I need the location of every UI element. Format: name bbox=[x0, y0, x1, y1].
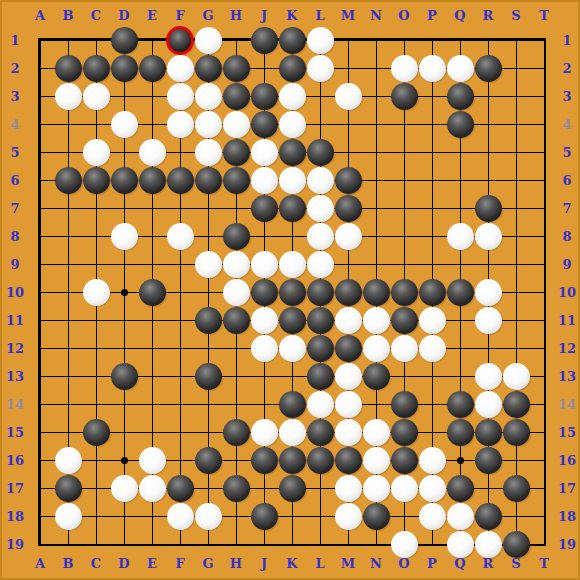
board-intersection[interactable] bbox=[54, 26, 82, 54]
board-intersection[interactable] bbox=[306, 418, 334, 446]
board-intersection[interactable] bbox=[278, 390, 306, 418]
board-intersection[interactable] bbox=[250, 194, 278, 222]
board-intersection[interactable] bbox=[418, 418, 446, 446]
board-intersection[interactable] bbox=[502, 362, 530, 390]
board-intersection[interactable] bbox=[250, 502, 278, 530]
board-intersection[interactable] bbox=[166, 110, 194, 138]
board-intersection[interactable] bbox=[530, 530, 558, 558]
board-intersection[interactable] bbox=[418, 334, 446, 362]
board-intersection[interactable] bbox=[334, 54, 362, 82]
board-intersection[interactable] bbox=[502, 530, 530, 558]
board-intersection[interactable] bbox=[110, 390, 138, 418]
board-intersection[interactable] bbox=[390, 250, 418, 278]
board-intersection[interactable] bbox=[194, 502, 222, 530]
board-intersection[interactable] bbox=[222, 334, 250, 362]
board-intersection[interactable] bbox=[334, 26, 362, 54]
board-intersection[interactable] bbox=[502, 334, 530, 362]
board-intersection[interactable] bbox=[110, 334, 138, 362]
board-intersection[interactable] bbox=[446, 334, 474, 362]
board-intersection[interactable] bbox=[222, 26, 250, 54]
board-intersection[interactable] bbox=[82, 334, 110, 362]
board-intersection[interactable] bbox=[390, 446, 418, 474]
board-intersection[interactable] bbox=[54, 138, 82, 166]
board-intersection[interactable] bbox=[334, 222, 362, 250]
board-intersection[interactable] bbox=[418, 82, 446, 110]
board-intersection[interactable] bbox=[194, 82, 222, 110]
board-intersection[interactable] bbox=[250, 362, 278, 390]
board-intersection[interactable] bbox=[250, 278, 278, 306]
board-intersection[interactable] bbox=[194, 334, 222, 362]
board-intersection[interactable] bbox=[362, 362, 390, 390]
board-intersection[interactable] bbox=[82, 278, 110, 306]
board-intersection[interactable] bbox=[446, 474, 474, 502]
board-intersection[interactable] bbox=[166, 26, 194, 54]
board-intersection[interactable] bbox=[166, 474, 194, 502]
board-intersection[interactable] bbox=[110, 530, 138, 558]
board-intersection[interactable] bbox=[474, 446, 502, 474]
board-intersection[interactable] bbox=[222, 222, 250, 250]
board-intersection[interactable] bbox=[306, 446, 334, 474]
board-intersection[interactable] bbox=[222, 166, 250, 194]
board-intersection[interactable] bbox=[390, 194, 418, 222]
board-intersection[interactable] bbox=[194, 278, 222, 306]
board-intersection[interactable] bbox=[530, 278, 558, 306]
board-intersection[interactable] bbox=[166, 250, 194, 278]
board-intersection[interactable] bbox=[362, 250, 390, 278]
board-intersection[interactable] bbox=[474, 26, 502, 54]
board-intersection[interactable] bbox=[306, 166, 334, 194]
board-intersection[interactable] bbox=[82, 446, 110, 474]
board-intersection[interactable] bbox=[138, 110, 166, 138]
board-intersection[interactable] bbox=[82, 250, 110, 278]
board-intersection[interactable] bbox=[502, 138, 530, 166]
board-intersection[interactable] bbox=[474, 278, 502, 306]
board-intersection[interactable] bbox=[334, 138, 362, 166]
board-intersection[interactable] bbox=[446, 138, 474, 166]
board-intersection[interactable] bbox=[474, 194, 502, 222]
board-intersection[interactable] bbox=[474, 334, 502, 362]
board-intersection[interactable] bbox=[446, 530, 474, 558]
board-intersection[interactable] bbox=[194, 138, 222, 166]
board-intersection[interactable] bbox=[82, 110, 110, 138]
board-intersection[interactable] bbox=[306, 278, 334, 306]
board-intersection[interactable] bbox=[502, 82, 530, 110]
board-intersection[interactable] bbox=[530, 502, 558, 530]
board-intersection[interactable] bbox=[278, 110, 306, 138]
board-intersection[interactable] bbox=[362, 418, 390, 446]
board-intersection[interactable] bbox=[362, 278, 390, 306]
board-intersection[interactable] bbox=[530, 334, 558, 362]
board-intersection[interactable] bbox=[250, 474, 278, 502]
board-intersection[interactable] bbox=[474, 502, 502, 530]
board-intersection[interactable] bbox=[54, 530, 82, 558]
board-intersection[interactable] bbox=[166, 166, 194, 194]
board-intersection[interactable] bbox=[278, 334, 306, 362]
board-intersection[interactable] bbox=[446, 54, 474, 82]
board-intersection[interactable] bbox=[502, 390, 530, 418]
board-intersection[interactable] bbox=[306, 82, 334, 110]
board-intersection[interactable] bbox=[166, 54, 194, 82]
board-intersection[interactable] bbox=[54, 390, 82, 418]
board-intersection[interactable] bbox=[502, 110, 530, 138]
board-intersection[interactable] bbox=[110, 166, 138, 194]
board-intersection[interactable] bbox=[334, 306, 362, 334]
board-intersection[interactable] bbox=[530, 446, 558, 474]
board-intersection[interactable] bbox=[278, 194, 306, 222]
board-intersection[interactable] bbox=[26, 222, 54, 250]
board-intersection[interactable] bbox=[390, 530, 418, 558]
board-intersection[interactable] bbox=[26, 474, 54, 502]
board-intersection[interactable] bbox=[502, 250, 530, 278]
board-intersection[interactable] bbox=[138, 278, 166, 306]
board-intersection[interactable] bbox=[166, 222, 194, 250]
board-intersection[interactable] bbox=[502, 418, 530, 446]
board-intersection[interactable] bbox=[474, 390, 502, 418]
board-intersection[interactable] bbox=[390, 166, 418, 194]
board-intersection[interactable] bbox=[82, 474, 110, 502]
board-intersection[interactable] bbox=[278, 446, 306, 474]
board-intersection[interactable] bbox=[54, 166, 82, 194]
board-intersection[interactable] bbox=[110, 110, 138, 138]
board-intersection[interactable] bbox=[502, 222, 530, 250]
board-intersection[interactable] bbox=[250, 530, 278, 558]
board-intersection[interactable] bbox=[194, 362, 222, 390]
board-intersection[interactable] bbox=[250, 306, 278, 334]
board-intersection[interactable] bbox=[418, 362, 446, 390]
board-intersection[interactable] bbox=[278, 474, 306, 502]
board-intersection[interactable] bbox=[222, 82, 250, 110]
board-intersection[interactable] bbox=[502, 54, 530, 82]
board-intersection[interactable] bbox=[418, 306, 446, 334]
board-intersection[interactable] bbox=[54, 278, 82, 306]
board-intersection[interactable] bbox=[306, 474, 334, 502]
board-intersection[interactable] bbox=[306, 54, 334, 82]
board-intersection[interactable] bbox=[222, 138, 250, 166]
board-intersection[interactable] bbox=[334, 446, 362, 474]
board-intersection[interactable] bbox=[250, 334, 278, 362]
board-intersection[interactable] bbox=[166, 418, 194, 446]
board-intersection[interactable] bbox=[362, 26, 390, 54]
board-intersection[interactable] bbox=[278, 166, 306, 194]
board-intersection[interactable] bbox=[222, 474, 250, 502]
board-intersection[interactable] bbox=[54, 334, 82, 362]
board-intersection[interactable] bbox=[390, 334, 418, 362]
board-intersection[interactable] bbox=[474, 82, 502, 110]
board-intersection[interactable] bbox=[390, 418, 418, 446]
board-intersection[interactable] bbox=[138, 334, 166, 362]
board-intersection[interactable] bbox=[194, 530, 222, 558]
board-intersection[interactable] bbox=[54, 250, 82, 278]
board-intersection[interactable] bbox=[530, 306, 558, 334]
board-intersection[interactable] bbox=[362, 110, 390, 138]
board-intersection[interactable] bbox=[278, 502, 306, 530]
board-intersection[interactable] bbox=[138, 362, 166, 390]
board-intersection[interactable] bbox=[306, 502, 334, 530]
board-intersection[interactable] bbox=[82, 418, 110, 446]
board-intersection[interactable] bbox=[418, 502, 446, 530]
board-intersection[interactable] bbox=[530, 250, 558, 278]
board-intersection[interactable] bbox=[446, 306, 474, 334]
board-intersection[interactable] bbox=[138, 26, 166, 54]
board-intersection[interactable] bbox=[82, 194, 110, 222]
board-intersection[interactable] bbox=[418, 250, 446, 278]
board-intersection[interactable] bbox=[446, 82, 474, 110]
board-intersection[interactable] bbox=[26, 54, 54, 82]
board-intersection[interactable] bbox=[222, 110, 250, 138]
board-intersection[interactable] bbox=[110, 306, 138, 334]
board-intersection[interactable] bbox=[194, 26, 222, 54]
board-intersection[interactable] bbox=[502, 306, 530, 334]
board-intersection[interactable] bbox=[194, 54, 222, 82]
board-intersection[interactable] bbox=[390, 278, 418, 306]
board-intersection[interactable] bbox=[362, 474, 390, 502]
board-intersection[interactable] bbox=[26, 446, 54, 474]
board-intersection[interactable] bbox=[362, 502, 390, 530]
board-intersection[interactable] bbox=[138, 166, 166, 194]
board-intersection[interactable] bbox=[110, 194, 138, 222]
board-intersection[interactable] bbox=[110, 362, 138, 390]
board-intersection[interactable] bbox=[278, 82, 306, 110]
board-intersection[interactable] bbox=[446, 390, 474, 418]
board-intersection[interactable] bbox=[26, 138, 54, 166]
board-intersection[interactable] bbox=[306, 250, 334, 278]
board-intersection[interactable] bbox=[250, 54, 278, 82]
board-intersection[interactable] bbox=[362, 390, 390, 418]
board-intersection[interactable] bbox=[278, 306, 306, 334]
board-intersection[interactable] bbox=[334, 418, 362, 446]
board-intersection[interactable] bbox=[390, 54, 418, 82]
board-intersection[interactable] bbox=[222, 194, 250, 222]
board-intersection[interactable] bbox=[418, 54, 446, 82]
board-intersection[interactable] bbox=[278, 54, 306, 82]
board-intersection[interactable] bbox=[110, 250, 138, 278]
board-intersection[interactable] bbox=[250, 26, 278, 54]
board-intersection[interactable] bbox=[334, 194, 362, 222]
board-intersection[interactable] bbox=[110, 278, 138, 306]
board-intersection[interactable] bbox=[502, 474, 530, 502]
board-intersection[interactable] bbox=[418, 26, 446, 54]
board-intersection[interactable] bbox=[26, 390, 54, 418]
board-intersection[interactable] bbox=[474, 306, 502, 334]
board-intersection[interactable] bbox=[250, 110, 278, 138]
board-intersection[interactable] bbox=[26, 278, 54, 306]
board-intersection[interactable] bbox=[250, 138, 278, 166]
board-intersection[interactable] bbox=[82, 390, 110, 418]
board-intersection[interactable] bbox=[446, 250, 474, 278]
board-intersection[interactable] bbox=[530, 54, 558, 82]
board-intersection[interactable] bbox=[194, 110, 222, 138]
board-intersection[interactable] bbox=[334, 474, 362, 502]
board-intersection[interactable] bbox=[194, 250, 222, 278]
board-intersection[interactable] bbox=[138, 250, 166, 278]
board-intersection[interactable] bbox=[26, 26, 54, 54]
board-intersection[interactable] bbox=[110, 222, 138, 250]
board-intersection[interactable] bbox=[110, 502, 138, 530]
board-intersection[interactable] bbox=[530, 26, 558, 54]
board-intersection[interactable] bbox=[54, 446, 82, 474]
board-intersection[interactable] bbox=[390, 306, 418, 334]
board-intersection[interactable] bbox=[194, 306, 222, 334]
board-intersection[interactable] bbox=[194, 222, 222, 250]
board-intersection[interactable] bbox=[306, 390, 334, 418]
board-intersection[interactable] bbox=[446, 362, 474, 390]
board-intersection[interactable] bbox=[222, 362, 250, 390]
board-intersection[interactable] bbox=[138, 418, 166, 446]
board-intersection[interactable] bbox=[390, 362, 418, 390]
board-intersection[interactable] bbox=[278, 250, 306, 278]
board-intersection[interactable] bbox=[530, 362, 558, 390]
board-intersection[interactable] bbox=[474, 54, 502, 82]
board-intersection[interactable] bbox=[26, 418, 54, 446]
board-intersection[interactable] bbox=[390, 222, 418, 250]
board-intersection[interactable] bbox=[26, 306, 54, 334]
board-intersection[interactable] bbox=[222, 54, 250, 82]
board-intersection[interactable] bbox=[250, 222, 278, 250]
board-intersection[interactable] bbox=[54, 362, 82, 390]
board-intersection[interactable] bbox=[82, 138, 110, 166]
board-intersection[interactable] bbox=[194, 446, 222, 474]
board-intersection[interactable] bbox=[306, 26, 334, 54]
board-intersection[interactable] bbox=[418, 166, 446, 194]
board-intersection[interactable] bbox=[474, 110, 502, 138]
board-intersection[interactable] bbox=[110, 26, 138, 54]
board-intersection[interactable] bbox=[138, 530, 166, 558]
board-intersection[interactable] bbox=[82, 362, 110, 390]
board-intersection[interactable] bbox=[306, 306, 334, 334]
board-intersection[interactable] bbox=[138, 138, 166, 166]
board-intersection[interactable] bbox=[446, 222, 474, 250]
board-intersection[interactable] bbox=[26, 194, 54, 222]
board-intersection[interactable] bbox=[26, 110, 54, 138]
board-intersection[interactable] bbox=[418, 110, 446, 138]
board-intersection[interactable] bbox=[82, 26, 110, 54]
board-intersection[interactable] bbox=[26, 502, 54, 530]
board-intersection[interactable] bbox=[362, 530, 390, 558]
board-intersection[interactable] bbox=[418, 530, 446, 558]
board-intersection[interactable] bbox=[390, 138, 418, 166]
board-intersection[interactable] bbox=[222, 418, 250, 446]
board-intersection[interactable] bbox=[278, 138, 306, 166]
board-intersection[interactable] bbox=[138, 306, 166, 334]
board-intersection[interactable] bbox=[306, 222, 334, 250]
board-intersection[interactable] bbox=[166, 446, 194, 474]
board-intersection[interactable] bbox=[390, 110, 418, 138]
board-intersection[interactable] bbox=[54, 82, 82, 110]
board-intersection[interactable] bbox=[502, 446, 530, 474]
board-intersection[interactable] bbox=[82, 530, 110, 558]
board-intersection[interactable] bbox=[138, 194, 166, 222]
board-intersection[interactable] bbox=[390, 502, 418, 530]
board-intersection[interactable] bbox=[530, 418, 558, 446]
board-intersection[interactable] bbox=[54, 306, 82, 334]
board-intersection[interactable] bbox=[278, 222, 306, 250]
board-intersection[interactable] bbox=[474, 418, 502, 446]
board-intersection[interactable] bbox=[334, 82, 362, 110]
board-intersection[interactable] bbox=[250, 82, 278, 110]
board-intersection[interactable] bbox=[250, 166, 278, 194]
board-intersection[interactable] bbox=[530, 110, 558, 138]
board-intersection[interactable] bbox=[278, 26, 306, 54]
board-intersection[interactable] bbox=[418, 390, 446, 418]
board-intersection[interactable] bbox=[306, 138, 334, 166]
board-intersection[interactable] bbox=[446, 166, 474, 194]
board-intersection[interactable] bbox=[26, 166, 54, 194]
board-intersection[interactable] bbox=[222, 306, 250, 334]
board-intersection[interactable] bbox=[390, 390, 418, 418]
board-intersection[interactable] bbox=[334, 250, 362, 278]
board-intersection[interactable] bbox=[502, 502, 530, 530]
board-intersection[interactable] bbox=[334, 166, 362, 194]
board-intersection[interactable] bbox=[26, 334, 54, 362]
board-intersection[interactable] bbox=[530, 194, 558, 222]
board-intersection[interactable] bbox=[222, 250, 250, 278]
board-intersection[interactable] bbox=[446, 278, 474, 306]
board-intersection[interactable] bbox=[82, 502, 110, 530]
board-intersection[interactable] bbox=[334, 530, 362, 558]
board-intersection[interactable] bbox=[54, 110, 82, 138]
board-intersection[interactable] bbox=[474, 222, 502, 250]
board-intersection[interactable] bbox=[334, 110, 362, 138]
board-intersection[interactable] bbox=[418, 222, 446, 250]
board-intersection[interactable] bbox=[138, 54, 166, 82]
board-intersection[interactable] bbox=[418, 194, 446, 222]
board-intersection[interactable] bbox=[82, 82, 110, 110]
board-intersection[interactable] bbox=[110, 474, 138, 502]
board-intersection[interactable] bbox=[334, 334, 362, 362]
board-intersection[interactable] bbox=[222, 446, 250, 474]
board-intersection[interactable] bbox=[306, 194, 334, 222]
board-intersection[interactable] bbox=[250, 418, 278, 446]
board-intersection[interactable] bbox=[194, 418, 222, 446]
board-intersection[interactable] bbox=[390, 26, 418, 54]
board-intersection[interactable] bbox=[250, 250, 278, 278]
board-intersection[interactable] bbox=[390, 474, 418, 502]
board-intersection[interactable] bbox=[306, 530, 334, 558]
board-intersection[interactable] bbox=[138, 82, 166, 110]
board-intersection[interactable] bbox=[446, 194, 474, 222]
board-intersection[interactable] bbox=[334, 278, 362, 306]
board-intersection[interactable] bbox=[138, 502, 166, 530]
board-intersection[interactable] bbox=[530, 222, 558, 250]
board-intersection[interactable] bbox=[26, 82, 54, 110]
board-intersection[interactable] bbox=[362, 446, 390, 474]
board-intersection[interactable] bbox=[446, 446, 474, 474]
board-intersection[interactable] bbox=[222, 278, 250, 306]
board-intersection[interactable] bbox=[390, 82, 418, 110]
board-intersection[interactable] bbox=[222, 530, 250, 558]
board-intersection[interactable] bbox=[82, 222, 110, 250]
board-intersection[interactable] bbox=[362, 194, 390, 222]
board-intersection[interactable] bbox=[362, 334, 390, 362]
board-intersection[interactable] bbox=[334, 362, 362, 390]
board-intersection[interactable] bbox=[110, 138, 138, 166]
board-intersection[interactable] bbox=[166, 82, 194, 110]
board-intersection[interactable] bbox=[306, 362, 334, 390]
board-intersection[interactable] bbox=[26, 362, 54, 390]
board-intersection[interactable] bbox=[166, 306, 194, 334]
board-intersection[interactable] bbox=[110, 418, 138, 446]
board-intersection[interactable] bbox=[54, 502, 82, 530]
board-intersection[interactable] bbox=[194, 474, 222, 502]
board-intersection[interactable] bbox=[334, 502, 362, 530]
board-intersection[interactable] bbox=[418, 138, 446, 166]
board-intersection[interactable] bbox=[278, 530, 306, 558]
board-intersection[interactable] bbox=[502, 166, 530, 194]
board-intersection[interactable] bbox=[418, 278, 446, 306]
board-intersection[interactable] bbox=[278, 278, 306, 306]
board-intersection[interactable] bbox=[474, 474, 502, 502]
board-intersection[interactable] bbox=[474, 362, 502, 390]
